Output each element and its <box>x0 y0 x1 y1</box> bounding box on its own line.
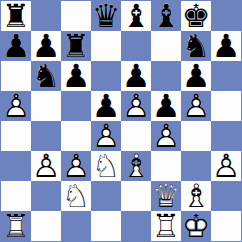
square-d5[interactable]: ♙♟ <box>91 91 121 121</box>
square-c4[interactable] <box>61 121 91 151</box>
square-g5[interactable]: ♟♙ <box>181 91 211 121</box>
black-rook-icon: ♜ <box>1 1 31 31</box>
black-pawn-fill: ♙ <box>181 61 211 91</box>
white-pawn-fill: ♟ <box>121 91 151 121</box>
square-c7[interactable]: ♖♜ <box>61 31 91 61</box>
piece-black-rook[interactable]: ♖♜ <box>61 31 91 61</box>
square-a4[interactable] <box>1 121 31 151</box>
white-pawn-icon: ♙ <box>121 91 151 121</box>
square-d3[interactable]: ♞♘ <box>91 151 121 181</box>
square-d8[interactable]: ♕♛ <box>91 1 121 31</box>
piece-black-pawn[interactable]: ♙♟ <box>1 31 31 61</box>
piece-black-pawn[interactable]: ♙♟ <box>211 31 241 61</box>
square-g7[interactable]: ♘♞ <box>181 31 211 61</box>
piece-black-bishop[interactable]: ♗♝ <box>151 1 181 31</box>
square-a8[interactable]: ♖♜ <box>1 1 31 31</box>
square-a2[interactable] <box>1 181 31 211</box>
piece-white-king[interactable]: ♚♔ <box>181 211 211 241</box>
piece-black-knight[interactable]: ♘♞ <box>181 31 211 61</box>
square-h2[interactable] <box>211 181 241 211</box>
square-c2[interactable]: ♞♘ <box>61 181 91 211</box>
square-b7[interactable]: ♙♟ <box>31 31 61 61</box>
black-knight-icon: ♞ <box>181 31 211 61</box>
square-e8[interactable]: ♗♝ <box>121 1 151 31</box>
black-pawn-icon: ♟ <box>31 31 61 61</box>
piece-black-pawn[interactable]: ♙♟ <box>151 91 181 121</box>
square-f5[interactable]: ♙♟ <box>151 91 181 121</box>
piece-black-bishop[interactable]: ♗♝ <box>121 1 151 31</box>
square-b4[interactable] <box>31 121 61 151</box>
square-d4[interactable]: ♟♙ <box>91 121 121 151</box>
white-rook-icon: ♖ <box>1 211 31 241</box>
black-pawn-icon: ♟ <box>151 91 181 121</box>
square-h4[interactable] <box>211 121 241 151</box>
white-knight-icon: ♘ <box>61 181 91 211</box>
square-h1[interactable] <box>211 211 241 241</box>
white-pawn-icon: ♙ <box>31 151 61 181</box>
square-b6[interactable]: ♘♞ <box>31 61 61 91</box>
piece-black-pawn[interactable]: ♙♟ <box>91 91 121 121</box>
black-knight-fill: ♘ <box>31 61 61 91</box>
black-pawn-icon: ♟ <box>121 61 151 91</box>
white-king-icon: ♔ <box>181 211 211 241</box>
white-bishop-icon: ♗ <box>181 181 211 211</box>
piece-white-knight[interactable]: ♞♘ <box>91 151 121 181</box>
square-g1[interactable]: ♚♔ <box>181 211 211 241</box>
piece-white-pawn[interactable]: ♟♙ <box>151 121 181 151</box>
piece-black-pawn[interactable]: ♙♟ <box>61 61 91 91</box>
square-e1[interactable] <box>121 211 151 241</box>
square-h8[interactable] <box>211 1 241 31</box>
white-pawn-icon: ♙ <box>91 121 121 151</box>
black-pawn-fill: ♙ <box>121 61 151 91</box>
black-knight-fill: ♘ <box>181 31 211 61</box>
square-c1[interactable] <box>61 211 91 241</box>
square-b8[interactable] <box>31 1 61 31</box>
square-g3[interactable] <box>181 151 211 181</box>
black-pawn-fill: ♙ <box>91 91 121 121</box>
white-knight-fill: ♞ <box>91 151 121 181</box>
square-a3[interactable] <box>1 151 31 181</box>
square-f7[interactable] <box>151 31 181 61</box>
black-rook-fill: ♖ <box>1 1 31 31</box>
white-rook-icon: ♖ <box>151 211 181 241</box>
square-e7[interactable] <box>121 31 151 61</box>
white-pawn-fill: ♟ <box>91 121 121 151</box>
white-rook-fill: ♜ <box>151 211 181 241</box>
chess-board: ♖♜♕♛♗♝♗♝♔♚♙♟♙♟♖♜♘♞♙♟♘♞♙♟♙♟♙♟♟♙♙♟♟♙♙♟♟♙♟♙… <box>0 0 242 242</box>
piece-white-queen[interactable]: ♛♕ <box>151 181 181 211</box>
piece-black-pawn[interactable]: ♙♟ <box>121 61 151 91</box>
white-pawn-fill: ♟ <box>61 151 91 181</box>
square-b3[interactable]: ♟♙ <box>31 151 61 181</box>
square-a6[interactable] <box>1 61 31 91</box>
black-rook-fill: ♖ <box>61 31 91 61</box>
piece-white-pawn[interactable]: ♟♙ <box>181 91 211 121</box>
square-g2[interactable]: ♝♗ <box>181 181 211 211</box>
square-f6[interactable] <box>151 61 181 91</box>
white-pawn-icon: ♙ <box>151 121 181 151</box>
square-e2[interactable] <box>121 181 151 211</box>
piece-black-pawn[interactable]: ♙♟ <box>181 61 211 91</box>
black-bishop-fill: ♗ <box>151 1 181 31</box>
square-f8[interactable]: ♗♝ <box>151 1 181 31</box>
square-h7[interactable]: ♙♟ <box>211 31 241 61</box>
piece-white-pawn[interactable]: ♟♙ <box>211 151 241 181</box>
black-pawn-fill: ♙ <box>31 31 61 61</box>
square-a5[interactable]: ♟♙ <box>1 91 31 121</box>
black-queen-icon: ♛ <box>91 1 121 31</box>
piece-black-rook[interactable]: ♖♜ <box>1 1 31 31</box>
square-f2[interactable]: ♛♕ <box>151 181 181 211</box>
black-king-fill: ♔ <box>181 1 211 31</box>
piece-black-pawn[interactable]: ♙♟ <box>31 31 61 61</box>
square-e3[interactable]: ♝♗ <box>121 151 151 181</box>
white-bishop-fill: ♝ <box>121 151 151 181</box>
square-g6[interactable]: ♙♟ <box>181 61 211 91</box>
black-pawn-icon: ♟ <box>211 31 241 61</box>
square-e6[interactable]: ♙♟ <box>121 61 151 91</box>
white-pawn-icon: ♙ <box>61 151 91 181</box>
white-bishop-icon: ♗ <box>121 151 151 181</box>
square-b5[interactable] <box>31 91 61 121</box>
square-b2[interactable] <box>31 181 61 211</box>
square-g8[interactable]: ♔♚ <box>181 1 211 31</box>
square-h6[interactable] <box>211 61 241 91</box>
white-pawn-icon: ♙ <box>1 91 31 121</box>
black-pawn-icon: ♟ <box>181 61 211 91</box>
piece-black-knight[interactable]: ♘♞ <box>31 61 61 91</box>
piece-white-pawn[interactable]: ♟♙ <box>61 151 91 181</box>
square-c3[interactable]: ♟♙ <box>61 151 91 181</box>
black-bishop-icon: ♝ <box>121 1 151 31</box>
white-rook-fill: ♜ <box>1 211 31 241</box>
piece-white-bishop[interactable]: ♝♗ <box>121 151 151 181</box>
piece-white-pawn[interactable]: ♟♙ <box>31 151 61 181</box>
square-f3[interactable] <box>151 151 181 181</box>
piece-white-rook[interactable]: ♜♖ <box>151 211 181 241</box>
black-king-icon: ♚ <box>181 1 211 31</box>
black-rook-icon: ♜ <box>61 31 91 61</box>
square-a1[interactable]: ♜♖ <box>1 211 31 241</box>
square-d7[interactable] <box>91 31 121 61</box>
black-pawn-fill: ♙ <box>61 61 91 91</box>
black-knight-icon: ♞ <box>31 61 61 91</box>
square-d2[interactable] <box>91 181 121 211</box>
piece-white-pawn[interactable]: ♟♙ <box>121 91 151 121</box>
piece-black-queen[interactable]: ♕♛ <box>91 1 121 31</box>
white-pawn-icon: ♙ <box>181 91 211 121</box>
black-bishop-icon: ♝ <box>151 1 181 31</box>
piece-white-pawn[interactable]: ♟♙ <box>1 91 31 121</box>
square-d1[interactable] <box>91 211 121 241</box>
square-f1[interactable]: ♜♖ <box>151 211 181 241</box>
square-e5[interactable]: ♟♙ <box>121 91 151 121</box>
piece-white-rook[interactable]: ♜♖ <box>1 211 31 241</box>
square-f4[interactable]: ♟♙ <box>151 121 181 151</box>
black-pawn-fill: ♙ <box>211 31 241 61</box>
square-g4[interactable] <box>181 121 211 151</box>
black-pawn-icon: ♟ <box>1 31 31 61</box>
white-pawn-fill: ♟ <box>31 151 61 181</box>
square-b1[interactable] <box>31 211 61 241</box>
white-bishop-fill: ♝ <box>181 181 211 211</box>
piece-white-bishop[interactable]: ♝♗ <box>181 181 211 211</box>
white-queen-icon: ♕ <box>151 181 181 211</box>
white-pawn-fill: ♟ <box>181 91 211 121</box>
square-c8[interactable] <box>61 1 91 31</box>
square-h3[interactable]: ♟♙ <box>211 151 241 181</box>
white-knight-icon: ♘ <box>91 151 121 181</box>
square-d6[interactable] <box>91 61 121 91</box>
black-queen-fill: ♕ <box>91 1 121 31</box>
black-pawn-fill: ♙ <box>1 31 31 61</box>
white-queen-fill: ♛ <box>151 181 181 211</box>
square-e4[interactable] <box>121 121 151 151</box>
white-king-fill: ♚ <box>181 211 211 241</box>
piece-white-pawn[interactable]: ♟♙ <box>91 121 121 151</box>
white-pawn-icon: ♙ <box>211 151 241 181</box>
black-bishop-fill: ♗ <box>121 1 151 31</box>
piece-black-king[interactable]: ♔♚ <box>181 1 211 31</box>
square-a7[interactable]: ♙♟ <box>1 31 31 61</box>
black-pawn-icon: ♟ <box>61 61 91 91</box>
square-c5[interactable] <box>61 91 91 121</box>
white-knight-fill: ♞ <box>61 181 91 211</box>
square-h5[interactable] <box>211 91 241 121</box>
black-pawn-fill: ♙ <box>151 91 181 121</box>
square-c6[interactable]: ♙♟ <box>61 61 91 91</box>
white-pawn-fill: ♟ <box>211 151 241 181</box>
black-pawn-icon: ♟ <box>91 91 121 121</box>
white-pawn-fill: ♟ <box>151 121 181 151</box>
white-pawn-fill: ♟ <box>1 91 31 121</box>
piece-white-knight[interactable]: ♞♘ <box>61 181 91 211</box>
